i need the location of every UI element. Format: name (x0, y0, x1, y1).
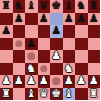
square-g6[interactable] (75, 25, 88, 38)
square-c1[interactable]: ♝ (25, 88, 38, 101)
square-h3[interactable] (88, 63, 101, 76)
square-e1[interactable]: ♚ (50, 88, 63, 101)
white-pawn: ♟ (39, 75, 49, 88)
square-a3[interactable] (0, 63, 13, 76)
square-h2[interactable]: ♟ (88, 75, 101, 88)
move-hint-dot[interactable] (40, 65, 48, 73)
square-e7[interactable] (50, 13, 63, 26)
square-b6[interactable] (13, 25, 26, 38)
black-rook: ♜ (89, 0, 99, 13)
square-f6[interactable] (63, 25, 76, 38)
square-b5[interactable] (13, 38, 26, 51)
square-f2[interactable]: ♟ (63, 75, 76, 88)
white-pawn: ♟ (64, 75, 74, 88)
white-knight: ♞ (26, 63, 36, 76)
black-knight: ♞ (14, 0, 24, 13)
square-h8[interactable]: ♜ (88, 0, 101, 13)
square-c7[interactable] (25, 13, 38, 26)
white-rook: ♜ (89, 88, 99, 101)
square-d8[interactable]: ♛ (38, 0, 51, 13)
white-bishop: ♝ (26, 88, 36, 101)
square-e5[interactable] (50, 38, 63, 51)
square-d3[interactable] (38, 63, 51, 76)
square-g5[interactable] (75, 38, 88, 51)
square-c5[interactable]: ♟ (25, 38, 38, 51)
black-queen: ♛ (39, 0, 49, 13)
white-bishop: ♝ (64, 88, 74, 101)
square-h4[interactable] (88, 50, 101, 63)
black-pawn: ♟ (1, 25, 11, 38)
black-pawn: ♟ (39, 13, 49, 26)
white-king: ♚ (51, 88, 61, 101)
white-rook: ♜ (1, 88, 11, 101)
black-pawn: ♟ (26, 38, 36, 51)
black-pawn: ♟ (51, 25, 61, 38)
black-king: ♚ (51, 0, 61, 13)
square-h6[interactable] (88, 25, 101, 38)
square-e2[interactable] (50, 75, 63, 88)
white-pawn: ♟ (26, 75, 36, 88)
square-b2[interactable]: ♟ (13, 75, 26, 88)
square-d7[interactable]: ♟ (38, 13, 51, 26)
square-d2[interactable]: ♟ (38, 75, 51, 88)
square-h1[interactable]: ♜ (88, 88, 101, 101)
black-pawn: ♟ (14, 13, 24, 26)
white-knight: ♞ (64, 63, 74, 76)
move-hint-dot[interactable] (28, 53, 36, 61)
square-a4[interactable] (0, 50, 13, 63)
square-f7[interactable]: ♟ (63, 13, 76, 26)
square-b1[interactable] (13, 88, 26, 101)
square-f3[interactable]: ♞ (63, 63, 76, 76)
black-bishop: ♝ (26, 0, 36, 13)
square-g8[interactable]: ♞ (75, 0, 88, 13)
square-e8[interactable]: ♚ (50, 0, 63, 13)
black-pawn: ♟ (76, 13, 86, 26)
square-a1[interactable]: ♜ (0, 88, 13, 101)
square-c8[interactable]: ♝ (25, 0, 38, 13)
square-g4[interactable] (75, 50, 88, 63)
square-g7[interactable]: ♟ (75, 13, 88, 26)
square-g2[interactable]: ♟ (75, 75, 88, 88)
white-pawn: ♟ (1, 75, 11, 88)
square-c6[interactable] (25, 25, 38, 38)
square-b4[interactable] (13, 50, 26, 63)
square-a5[interactable] (0, 38, 13, 51)
white-queen: ♛ (39, 88, 49, 101)
black-knight: ♞ (76, 0, 86, 13)
black-rook: ♜ (1, 0, 11, 13)
square-c3[interactable]: ♞ (25, 63, 38, 76)
chess-board: ♜♞♝♛♚♝♞♜♟♟♟♟♟♟♟♟♟♞♞♟♟♟♟♟♟♟♜♝♛♚♝♜ (0, 0, 100, 100)
square-g1[interactable] (75, 88, 88, 101)
white-pawn: ♟ (51, 50, 61, 63)
move-hint-dot[interactable] (53, 78, 61, 86)
square-a7[interactable] (0, 13, 13, 26)
white-pawn: ♟ (14, 75, 24, 88)
square-g3[interactable] (75, 63, 88, 76)
square-b7[interactable]: ♟ (13, 13, 26, 26)
square-a6[interactable]: ♟ (0, 25, 13, 38)
white-pawn: ♟ (89, 75, 99, 88)
square-f1[interactable]: ♝ (63, 88, 76, 101)
square-f5[interactable] (63, 38, 76, 51)
white-pawn: ♟ (76, 75, 86, 88)
square-d1[interactable]: ♛ (38, 88, 51, 101)
square-f4[interactable] (63, 50, 76, 63)
square-c4[interactable] (25, 50, 38, 63)
square-d5[interactable] (38, 38, 51, 51)
square-b3[interactable] (13, 63, 26, 76)
square-d4[interactable] (38, 50, 51, 63)
square-a2[interactable]: ♟ (0, 75, 13, 88)
square-h5[interactable] (88, 38, 101, 51)
square-c2[interactable]: ♟ (25, 75, 38, 88)
black-pawn: ♟ (64, 13, 74, 26)
square-a8[interactable]: ♜ (0, 0, 13, 13)
black-pawn: ♟ (89, 13, 99, 26)
black-bishop: ♝ (64, 0, 74, 13)
square-e3[interactable] (50, 63, 63, 76)
square-e4[interactable]: ♟ (50, 50, 63, 63)
square-d6[interactable] (38, 25, 51, 38)
square-e6[interactable]: ♟ (50, 25, 63, 38)
square-h7[interactable]: ♟ (88, 13, 101, 26)
square-b8[interactable]: ♞ (13, 0, 26, 13)
move-hint-dot[interactable] (15, 40, 23, 48)
square-f8[interactable]: ♝ (63, 0, 76, 13)
